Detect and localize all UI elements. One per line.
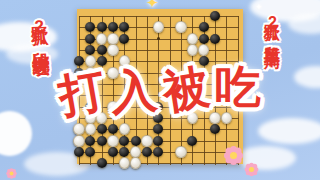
black-stone [108, 147, 118, 157]
thumbnail-canvas: 野狐2段缠绕进攻 野狐2段第三十三局 打入被吃 ✦ ✦ [0, 0, 320, 180]
black-stone [97, 45, 107, 55]
white-stone [187, 44, 198, 56]
white-stone [141, 135, 152, 147]
black-stone [119, 147, 129, 157]
black-stone [108, 124, 118, 134]
white-stone [130, 157, 141, 169]
cloud [294, 66, 320, 88]
white-stone [221, 112, 232, 124]
white-stone [73, 123, 84, 135]
left-caption: 野狐2段缠绕进攻 [30, 13, 49, 49]
flower-icon [10, 172, 14, 176]
title-char: 打 [55, 66, 108, 119]
right-caption: 野狐2段第三十三局 [264, 11, 280, 42]
black-stone [153, 147, 163, 157]
black-stone [85, 34, 95, 44]
black-stone [119, 136, 129, 146]
black-stone [210, 11, 220, 21]
black-stone [74, 56, 84, 66]
black-stone [97, 22, 107, 32]
sparkle-icon: ✦ [146, 0, 159, 12]
title-char: 吃 [215, 64, 261, 110]
white-stone [119, 123, 130, 135]
white-stone [107, 135, 118, 147]
black-stone [97, 124, 107, 134]
black-stone [74, 147, 84, 157]
black-stone [199, 22, 209, 32]
white-stone [119, 157, 130, 169]
black-stone [85, 147, 95, 157]
white-stone [175, 21, 186, 33]
cloud [258, 118, 320, 144]
white-stone [73, 135, 84, 147]
black-stone [108, 22, 118, 32]
white-stone [175, 146, 186, 158]
star-point [157, 37, 160, 40]
black-stone [131, 136, 141, 146]
white-stone [96, 33, 107, 45]
white-stone [198, 44, 209, 56]
white-stone [85, 123, 96, 135]
cloud [236, 146, 296, 170]
sparkle-icon: ✦ [255, 2, 263, 12]
title-char: 入 [109, 66, 158, 115]
flower-icon [230, 152, 237, 159]
white-stone [153, 21, 164, 33]
black-stone [142, 147, 152, 157]
title-char: 被 [160, 63, 213, 116]
black-stone [119, 22, 129, 32]
white-stone [107, 44, 118, 56]
moon [0, 111, 32, 156]
black-stone [85, 45, 95, 55]
black-stone [85, 22, 95, 32]
white-stone [187, 33, 198, 45]
black-stone [119, 34, 129, 44]
black-stone [97, 158, 107, 168]
title-overlay: 打入被吃 [55, 63, 264, 116]
black-stone [153, 124, 163, 134]
black-stone [210, 124, 220, 134]
black-stone [85, 136, 95, 146]
black-stone [97, 136, 107, 146]
black-stone [153, 136, 163, 146]
white-stone [209, 112, 220, 124]
cloud [288, 14, 320, 34]
black-stone [210, 34, 220, 44]
white-stone [107, 33, 118, 45]
flower-icon [249, 167, 254, 172]
black-stone [187, 136, 197, 146]
black-stone [199, 34, 209, 44]
white-stone [130, 146, 141, 158]
